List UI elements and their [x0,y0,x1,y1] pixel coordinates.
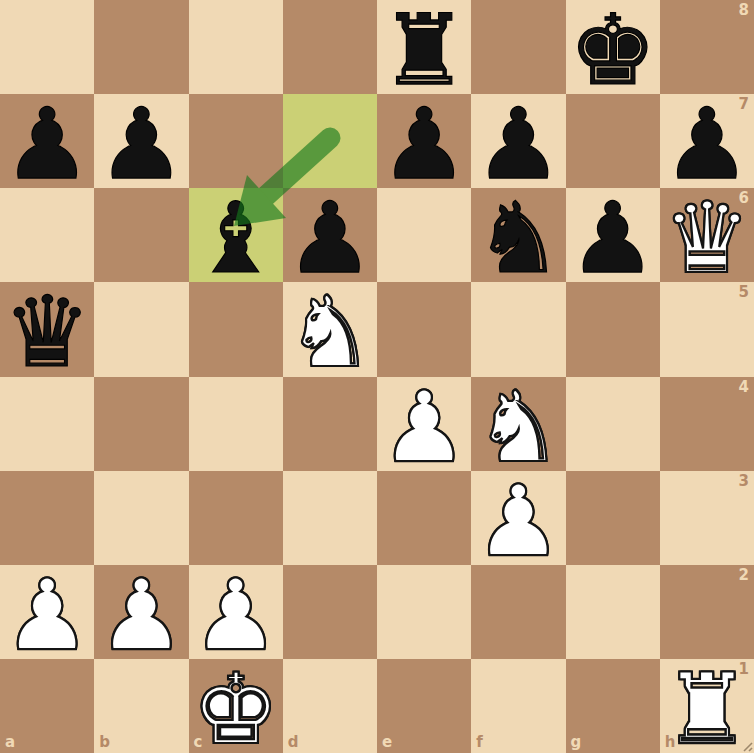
black-bishop[interactable]: ♝ [189,191,283,285]
square-e1[interactable]: e [377,659,471,753]
file-label-d: d [288,735,299,750]
file-label-b: b [99,735,110,750]
file-label-g: g [571,735,582,750]
square-d5[interactable]: ♞ [283,282,377,376]
square-e5[interactable] [377,282,471,376]
square-b1[interactable]: b [94,659,188,753]
square-a2[interactable]: ♟ [0,565,94,659]
black-knight[interactable]: ♞ [471,191,565,285]
square-f8[interactable] [471,0,565,94]
square-h6[interactable]: ♛ 6 [660,188,754,282]
white-pawn[interactable]: ♟ [94,568,188,662]
square-b5[interactable] [94,282,188,376]
square-e4[interactable]: ♟ [377,377,471,471]
square-b3[interactable] [94,471,188,565]
square-g6[interactable]: ♟ [566,188,660,282]
square-h3[interactable]: 3 [660,471,754,565]
square-h2[interactable]: 2 [660,565,754,659]
square-c8[interactable] [189,0,283,94]
rank-label-5: 5 [739,285,749,300]
square-b2[interactable]: ♟ [94,565,188,659]
square-b6[interactable] [94,188,188,282]
black-pawn[interactable]: ♟ [377,97,471,191]
black-pawn[interactable]: ♟ [283,191,377,285]
white-knight[interactable]: ♞ [471,380,565,474]
square-b8[interactable] [94,0,188,94]
square-f3[interactable]: ♟ [471,471,565,565]
black-queen[interactable]: ♛ [0,285,94,379]
square-b7[interactable]: ♟ [94,94,188,188]
square-c7[interactable] [189,94,283,188]
white-king[interactable]: ♚ [189,662,283,753]
chess-board: ♜ ♚ 8 ♟ ♟ ♟ ♟ ♟ 7 ♝ ♟ ♞ ♟ ♛ 6 [0,0,754,753]
square-f6[interactable]: ♞ [471,188,565,282]
square-c6-lastmove-to[interactable]: ♝ [189,188,283,282]
square-c5[interactable] [189,282,283,376]
square-d4[interactable] [283,377,377,471]
square-h5[interactable]: 5 [660,282,754,376]
square-a1[interactable]: a [0,659,94,753]
square-e6[interactable] [377,188,471,282]
square-d3[interactable] [283,471,377,565]
square-f4[interactable]: ♞ [471,377,565,471]
rank-label-1: 1 [739,662,749,677]
black-king[interactable]: ♚ [566,3,660,97]
square-a3[interactable] [0,471,94,565]
rank-label-8: 8 [739,3,749,18]
file-label-e: e [382,735,392,750]
square-f1[interactable]: f [471,659,565,753]
square-f2[interactable] [471,565,565,659]
square-e3[interactable] [377,471,471,565]
square-b4[interactable] [94,377,188,471]
black-rook[interactable]: ♜ [377,3,471,97]
square-e8[interactable]: ♜ [377,0,471,94]
rank-label-7: 7 [739,97,749,112]
black-pawn[interactable]: ♟ [94,97,188,191]
white-knight[interactable]: ♞ [283,285,377,379]
board-resize-handle-icon[interactable] [739,738,753,752]
square-h8[interactable]: 8 [660,0,754,94]
square-d1[interactable]: d [283,659,377,753]
square-a5[interactable]: ♛ [0,282,94,376]
square-g5[interactable] [566,282,660,376]
rank-label-3: 3 [739,474,749,489]
square-a6[interactable] [0,188,94,282]
square-h7[interactable]: ♟ 7 [660,94,754,188]
white-pawn[interactable]: ♟ [471,474,565,568]
square-e2[interactable] [377,565,471,659]
rank-label-2: 2 [739,568,749,583]
white-pawn[interactable]: ♟ [0,568,94,662]
black-pawn[interactable]: ♟ [566,191,660,285]
square-c2[interactable]: ♟ [189,565,283,659]
white-pawn[interactable]: ♟ [189,568,283,662]
square-c4[interactable] [189,377,283,471]
file-label-h: h [665,735,676,750]
square-d8[interactable] [283,0,377,94]
square-g8[interactable]: ♚ [566,0,660,94]
rank-label-4: 4 [739,380,749,395]
square-e7[interactable]: ♟ [377,94,471,188]
square-f5[interactable] [471,282,565,376]
square-g3[interactable] [566,471,660,565]
square-g2[interactable] [566,565,660,659]
square-g4[interactable] [566,377,660,471]
square-g7[interactable] [566,94,660,188]
black-pawn[interactable]: ♟ [0,97,94,191]
square-f7[interactable]: ♟ [471,94,565,188]
square-g1[interactable]: g [566,659,660,753]
square-c3[interactable] [189,471,283,565]
square-d6[interactable]: ♟ [283,188,377,282]
file-label-f: f [476,735,483,750]
rank-label-6: 6 [739,191,749,206]
file-label-c: c [194,735,203,750]
square-a8[interactable] [0,0,94,94]
black-pawn[interactable]: ♟ [471,97,565,191]
square-a7[interactable]: ♟ [0,94,94,188]
square-d7-lastmove-from[interactable] [283,94,377,188]
square-a4[interactable] [0,377,94,471]
white-pawn[interactable]: ♟ [377,380,471,474]
file-label-a: a [5,735,15,750]
square-d2[interactable] [283,565,377,659]
square-h4[interactable]: 4 [660,377,754,471]
square-c1[interactable]: ♚ c [189,659,283,753]
